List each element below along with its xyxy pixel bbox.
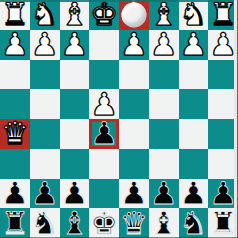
square-h4[interactable] — [0, 89, 30, 119]
square-b7[interactable]: ♟ — [179, 179, 209, 209]
square-h5[interactable]: ♛ — [0, 119, 30, 149]
black-bishop-piece: ♝ — [150, 209, 178, 238]
black-knight-piece: ♞ — [179, 209, 207, 238]
square-a6[interactable] — [208, 149, 238, 179]
square-d2[interactable]: ♟ — [119, 30, 149, 60]
square-c6[interactable] — [149, 149, 179, 179]
square-e8[interactable]: ♚ — [89, 208, 119, 238]
black-pawn-piece: ♟ — [120, 179, 148, 208]
square-a3[interactable] — [208, 60, 238, 90]
square-a2[interactable]: ♟ — [208, 30, 238, 60]
white-bishop-piece: ♝ — [150, 0, 178, 29]
square-a7[interactable]: ♟ — [208, 179, 238, 209]
square-f8[interactable]: ♝ — [60, 208, 90, 238]
black-pawn-piece: ♟ — [150, 179, 178, 208]
square-b3[interactable] — [179, 60, 209, 90]
white-bishop-piece: ♝ — [60, 0, 88, 29]
white-pawn-piece: ♟ — [120, 30, 148, 59]
square-h3[interactable] — [0, 60, 30, 90]
black-king-piece: ♚ — [90, 209, 118, 238]
chess-board: ♜♞♝♚♝♞♜♟♟♟♟♟♟♟♟♛♟♟♟♟♟♟♟♟♜♞♝♚♛♝♞♜ — [0, 0, 238, 238]
square-d8[interactable]: ♛ — [119, 208, 149, 238]
square-b1[interactable]: ♞ — [179, 0, 209, 30]
white-pawn-piece: ♟ — [1, 30, 29, 59]
square-c8[interactable]: ♝ — [149, 208, 179, 238]
black-pawn-piece: ♟ — [60, 179, 88, 208]
square-f4[interactable] — [60, 89, 90, 119]
move-origin-marker — [121, 2, 146, 27]
square-e5[interactable]: ♟ — [89, 119, 119, 149]
square-b5[interactable] — [179, 119, 209, 149]
square-e6[interactable] — [89, 149, 119, 179]
square-d3[interactable] — [119, 60, 149, 90]
square-c1[interactable]: ♝ — [149, 0, 179, 30]
square-b4[interactable] — [179, 89, 209, 119]
square-a4[interactable] — [208, 89, 238, 119]
square-e7[interactable] — [89, 179, 119, 209]
square-f6[interactable] — [60, 149, 90, 179]
black-pawn-piece: ♟ — [1, 179, 29, 208]
square-c3[interactable] — [149, 60, 179, 90]
square-d5[interactable] — [119, 119, 149, 149]
square-c7[interactable]: ♟ — [149, 179, 179, 209]
square-b8[interactable]: ♞ — [179, 208, 209, 238]
square-c5[interactable] — [149, 119, 179, 149]
square-e3[interactable] — [89, 60, 119, 90]
square-e2[interactable] — [89, 30, 119, 60]
square-c4[interactable] — [149, 89, 179, 119]
square-f2[interactable]: ♟ — [60, 30, 90, 60]
square-c2[interactable]: ♟ — [149, 30, 179, 60]
white-pawn-piece: ♟ — [60, 30, 88, 59]
white-pawn-piece: ♟ — [179, 30, 207, 59]
square-d1[interactable] — [119, 0, 149, 30]
square-f5[interactable] — [60, 119, 90, 149]
square-d7[interactable]: ♟ — [119, 179, 149, 209]
square-g1[interactable]: ♞ — [30, 0, 60, 30]
white-pawn-piece: ♟ — [90, 90, 118, 119]
square-a8[interactable]: ♜ — [208, 208, 238, 238]
black-queen-piece: ♛ — [120, 209, 148, 238]
white-pawn-piece: ♟ — [209, 30, 237, 59]
white-knight-piece: ♞ — [31, 0, 59, 29]
square-e4[interactable]: ♟ — [89, 89, 119, 119]
square-h6[interactable] — [0, 149, 30, 179]
square-d6[interactable] — [119, 149, 149, 179]
square-h1[interactable]: ♜ — [0, 0, 30, 30]
black-pawn-piece: ♟ — [90, 119, 118, 148]
square-h2[interactable]: ♟ — [0, 30, 30, 60]
square-a5[interactable] — [208, 119, 238, 149]
white-queen-piece: ♛ — [1, 119, 29, 148]
black-bishop-piece: ♝ — [60, 209, 88, 238]
square-g4[interactable] — [30, 89, 60, 119]
black-rook-piece: ♜ — [209, 209, 237, 238]
white-knight-piece: ♞ — [179, 0, 207, 29]
white-pawn-piece: ♟ — [31, 30, 59, 59]
square-g5[interactable] — [30, 119, 60, 149]
square-h8[interactable]: ♜ — [0, 208, 30, 238]
square-g2[interactable]: ♟ — [30, 30, 60, 60]
square-f3[interactable] — [60, 60, 90, 90]
square-g6[interactable] — [30, 149, 60, 179]
square-e1[interactable]: ♚ — [89, 0, 119, 30]
black-knight-piece: ♞ — [31, 209, 59, 238]
square-g8[interactable]: ♞ — [30, 208, 60, 238]
square-h7[interactable]: ♟ — [0, 179, 30, 209]
square-g7[interactable]: ♟ — [30, 179, 60, 209]
square-f1[interactable]: ♝ — [60, 0, 90, 30]
black-pawn-piece: ♟ — [209, 179, 237, 208]
white-rook-piece: ♜ — [209, 0, 237, 29]
square-g3[interactable] — [30, 60, 60, 90]
black-rook-piece: ♜ — [1, 209, 29, 238]
black-pawn-piece: ♟ — [179, 179, 207, 208]
square-b6[interactable] — [179, 149, 209, 179]
black-pawn-piece: ♟ — [31, 179, 59, 208]
white-king-piece: ♚ — [90, 0, 118, 29]
square-b2[interactable]: ♟ — [179, 30, 209, 60]
square-a1[interactable]: ♜ — [208, 0, 238, 30]
white-pawn-piece: ♟ — [150, 30, 178, 59]
square-f7[interactable]: ♟ — [60, 179, 90, 209]
square-d4[interactable] — [119, 89, 149, 119]
chess-board-window: ♜♞♝♚♝♞♜♟♟♟♟♟♟♟♟♛♟♟♟♟♟♟♟♟♜♞♝♚♛♝♞♜ — [0, 0, 238, 238]
white-rook-piece: ♜ — [1, 0, 29, 29]
